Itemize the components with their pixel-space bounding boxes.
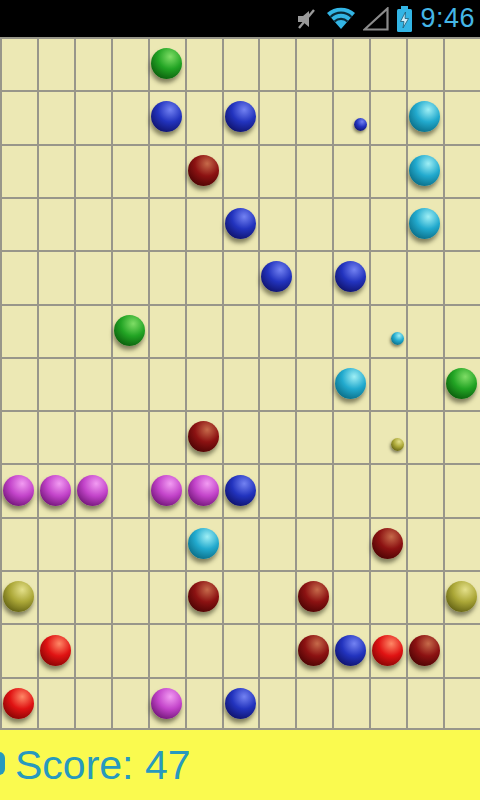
- ball-cyan[interactable]: [409, 155, 440, 186]
- mute-icon: [295, 7, 319, 31]
- ball-green[interactable]: [446, 368, 477, 399]
- ball-cyan[interactable]: [409, 208, 440, 239]
- status-clock: 9:46: [420, 0, 475, 37]
- ball-blue[interactable]: [225, 475, 256, 506]
- ball-cyan[interactable]: [409, 101, 440, 132]
- ball-blue[interactable]: [225, 688, 256, 719]
- ball-cyan[interactable]: [188, 528, 219, 559]
- ball-magenta[interactable]: [77, 475, 108, 506]
- ball-magenta[interactable]: [40, 475, 71, 506]
- status-bar: 9:46: [0, 0, 480, 37]
- ball-magenta[interactable]: [188, 475, 219, 506]
- ball-blue[interactable]: [261, 261, 292, 292]
- ball-magenta[interactable]: [151, 475, 182, 506]
- ball-brown[interactable]: [409, 635, 440, 666]
- board[interactable]: [0, 37, 480, 730]
- ball-green[interactable]: [151, 48, 182, 79]
- ball-blue[interactable]: [335, 635, 366, 666]
- score-text: Score: 47: [15, 742, 191, 789]
- ball-red[interactable]: [3, 688, 34, 719]
- ball-brown[interactable]: [298, 635, 329, 666]
- ball-blue[interactable]: [335, 261, 366, 292]
- ball-brown[interactable]: [298, 581, 329, 612]
- next-ball-cyan[interactable]: [391, 332, 404, 345]
- next-ball-blue[interactable]: [354, 118, 367, 131]
- wifi-icon: [326, 7, 356, 31]
- ball-blue[interactable]: [151, 101, 182, 132]
- ball-brown[interactable]: [188, 581, 219, 612]
- next-ball-yellow[interactable]: [391, 438, 404, 451]
- ball-brown[interactable]: [188, 155, 219, 186]
- ball-yellow[interactable]: [446, 581, 477, 612]
- ball-magenta[interactable]: [151, 688, 182, 719]
- ball-yellow[interactable]: [3, 581, 34, 612]
- ball-red[interactable]: [372, 635, 403, 666]
- ball-red[interactable]: [40, 635, 71, 666]
- ball-blue[interactable]: [225, 101, 256, 132]
- score-bar: Score: 47: [0, 730, 480, 800]
- score-edge-fragment: [0, 752, 5, 775]
- signal-strength-icon: [363, 7, 389, 31]
- ball-magenta[interactable]: [3, 475, 34, 506]
- battery-charging-icon: [396, 6, 413, 32]
- ball-blue[interactable]: [225, 208, 256, 239]
- ball-brown[interactable]: [372, 528, 403, 559]
- ball-brown[interactable]: [188, 421, 219, 452]
- phone-screen: 9:46 Score: 47: [0, 0, 480, 800]
- ball-green[interactable]: [114, 315, 145, 346]
- ball-cyan[interactable]: [335, 368, 366, 399]
